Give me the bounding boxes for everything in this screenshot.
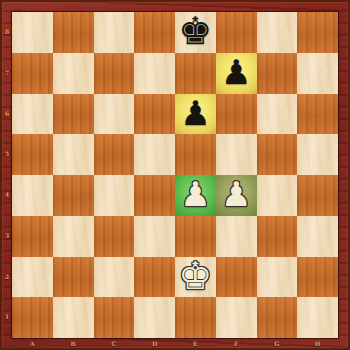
rank-label-4: 4 [2,175,12,216]
rank-label-8: 8 [2,12,12,53]
rank-label-2: 2 [2,257,12,298]
white-king[interactable]: ♚ [178,257,212,295]
square-g8[interactable] [257,12,298,53]
file-label-b: B [53,338,94,350]
square-d8[interactable] [134,12,175,53]
square-e3[interactable] [175,216,216,257]
square-f5[interactable] [216,134,257,175]
file-label-c: C [94,338,135,350]
square-a6[interactable] [12,94,53,135]
black-pawn[interactable]: ♟ [180,96,210,130]
square-a3[interactable] [12,216,53,257]
rank-label-5: 5 [2,134,12,175]
square-b3[interactable] [53,216,94,257]
file-label-h: H [297,338,338,350]
square-a1[interactable] [12,297,53,338]
square-a4[interactable] [12,175,53,216]
rank-label-6: 6 [2,94,12,135]
square-d7[interactable] [134,53,175,94]
square-f6[interactable] [216,94,257,135]
square-b6[interactable] [53,94,94,135]
square-f2[interactable] [216,257,257,298]
square-g2[interactable] [257,257,298,298]
square-g6[interactable] [257,94,298,135]
square-d5[interactable] [134,134,175,175]
square-a7[interactable] [12,53,53,94]
file-labels: ABCDEFGH [12,338,338,350]
square-e6[interactable]: ♟ [175,94,216,135]
square-f4[interactable]: ♟ [216,175,257,216]
square-d6[interactable] [134,94,175,135]
square-b8[interactable] [53,12,94,53]
square-g4[interactable] [257,175,298,216]
square-f1[interactable] [216,297,257,338]
square-e1[interactable] [175,297,216,338]
file-label-g: G [257,338,298,350]
square-h4[interactable] [297,175,338,216]
square-e4[interactable]: ♟ [175,175,216,216]
white-pawn[interactable]: ♟ [180,177,210,211]
square-c7[interactable] [94,53,135,94]
black-king[interactable]: ♚ [178,12,212,50]
square-a5[interactable] [12,134,53,175]
square-c4[interactable] [94,175,135,216]
square-h7[interactable] [297,53,338,94]
square-h1[interactable] [297,297,338,338]
square-f7[interactable]: ♟ [216,53,257,94]
square-c3[interactable] [94,216,135,257]
black-pawn[interactable]: ♟ [221,55,251,89]
square-h2[interactable] [297,257,338,298]
square-f8[interactable] [216,12,257,53]
square-h6[interactable] [297,94,338,135]
square-e5[interactable] [175,134,216,175]
square-c5[interactable] [94,134,135,175]
square-c2[interactable] [94,257,135,298]
square-h3[interactable] [297,216,338,257]
square-b2[interactable] [53,257,94,298]
file-label-d: D [134,338,175,350]
rank-labels: 87654321 [2,12,12,338]
square-e2[interactable]: ♚ [175,257,216,298]
square-e8[interactable]: ♚ [175,12,216,53]
square-b1[interactable] [53,297,94,338]
square-c8[interactable] [94,12,135,53]
square-h8[interactable] [297,12,338,53]
square-d1[interactable] [134,297,175,338]
square-d3[interactable] [134,216,175,257]
square-g3[interactable] [257,216,298,257]
chess-board: ♚♟♟♟♟♚ [12,12,338,338]
square-d2[interactable] [134,257,175,298]
square-c1[interactable] [94,297,135,338]
square-g7[interactable] [257,53,298,94]
square-h5[interactable] [297,134,338,175]
square-e7[interactable] [175,53,216,94]
file-label-e: E [175,338,216,350]
rank-label-1: 1 [2,297,12,338]
file-label-a: A [12,338,53,350]
file-label-f: F [216,338,257,350]
square-g5[interactable] [257,134,298,175]
square-a8[interactable] [12,12,53,53]
square-b7[interactable] [53,53,94,94]
square-b4[interactable] [53,175,94,216]
square-f3[interactable] [216,216,257,257]
white-pawn[interactable]: ♟ [221,177,251,211]
square-c6[interactable] [94,94,135,135]
rank-label-3: 3 [2,216,12,257]
square-d4[interactable] [134,175,175,216]
square-a2[interactable] [12,257,53,298]
rank-label-7: 7 [2,53,12,94]
square-g1[interactable] [257,297,298,338]
chess-board-frame: ♚♟♟♟♟♚ 87654321 ABCDEFGH [0,0,350,350]
square-b5[interactable] [53,134,94,175]
